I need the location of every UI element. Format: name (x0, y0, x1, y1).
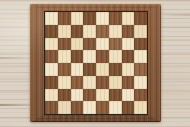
square-g8 (122, 12, 135, 25)
board-photo (0, 0, 190, 127)
square-d4 (83, 63, 96, 76)
square-e5 (96, 50, 109, 63)
table-grain-seam (162, 14, 190, 16)
board-squares (45, 12, 147, 114)
square-e6 (96, 38, 109, 51)
square-b4 (58, 63, 71, 76)
square-a2 (45, 89, 58, 102)
square-e2 (96, 89, 109, 102)
square-f1 (109, 101, 122, 114)
square-h8 (134, 12, 147, 25)
square-b2 (58, 89, 71, 102)
square-c1 (71, 101, 84, 114)
square-f6 (109, 38, 122, 51)
square-g2 (122, 89, 135, 102)
board-frame-top (30, 4, 161, 11)
table-grain-seam (0, 57, 30, 59)
square-a6 (45, 38, 58, 51)
square-c8 (71, 12, 84, 25)
square-h5 (134, 50, 147, 63)
square-e4 (96, 63, 109, 76)
square-g3 (122, 76, 135, 89)
square-f5 (109, 50, 122, 63)
square-g4 (122, 63, 135, 76)
square-a7 (45, 25, 58, 38)
square-d6 (83, 38, 96, 51)
square-b7 (58, 25, 71, 38)
square-c5 (71, 50, 84, 63)
square-f2 (109, 89, 122, 102)
square-g5 (122, 50, 135, 63)
square-b8 (58, 12, 71, 25)
square-a4 (45, 63, 58, 76)
square-f3 (109, 76, 122, 89)
square-b6 (58, 38, 71, 51)
square-h7 (134, 25, 147, 38)
square-f7 (109, 25, 122, 38)
square-c3 (71, 76, 84, 89)
square-e8 (96, 12, 109, 25)
square-h3 (134, 76, 147, 89)
square-g1 (122, 101, 135, 114)
square-f8 (109, 12, 122, 25)
square-f4 (109, 63, 122, 76)
table-grain-seam (0, 104, 31, 106)
square-a8 (45, 12, 58, 25)
square-d2 (83, 89, 96, 102)
square-c6 (71, 38, 84, 51)
square-d7 (83, 25, 96, 38)
square-h6 (134, 38, 147, 51)
square-b1 (58, 101, 71, 114)
square-e3 (96, 76, 109, 89)
square-g7 (122, 25, 135, 38)
square-c4 (71, 63, 84, 76)
square-b3 (58, 76, 71, 89)
square-a1 (45, 101, 58, 114)
square-b5 (58, 50, 71, 63)
chess-board (30, 4, 161, 122)
square-c7 (71, 25, 84, 38)
square-d3 (83, 76, 96, 89)
square-h1 (134, 101, 147, 114)
square-e7 (96, 25, 109, 38)
board-playing-area (44, 11, 148, 115)
square-d1 (83, 101, 96, 114)
square-c2 (71, 89, 84, 102)
square-h2 (134, 89, 147, 102)
square-g6 (122, 38, 135, 51)
square-a3 (45, 76, 58, 89)
square-a5 (45, 50, 58, 63)
board-frame-bottom (30, 115, 161, 122)
square-d8 (83, 12, 96, 25)
square-e1 (96, 101, 109, 114)
square-d5 (83, 50, 96, 63)
square-h4 (134, 63, 147, 76)
